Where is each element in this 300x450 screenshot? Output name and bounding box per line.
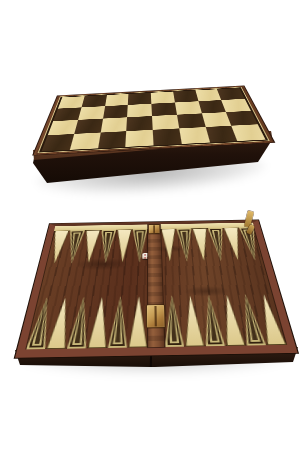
die-pip	[144, 257, 146, 258]
checker-cell-r4c8	[231, 124, 265, 141]
board-field	[25, 223, 287, 350]
point-17-cream	[114, 229, 131, 262]
quadrant-near-right	[163, 293, 288, 346]
die-pip	[144, 254, 146, 255]
point-layer	[129, 296, 146, 346]
lid-checkerboard	[42, 88, 266, 151]
checker-cell-r3c8	[226, 111, 258, 126]
point-layer	[89, 297, 110, 347]
point-8-dark	[108, 296, 129, 348]
checker-cell-r3c5	[152, 115, 179, 130]
hinge-pin	[153, 225, 154, 232]
lid-inlay-border-inner	[38, 87, 270, 153]
open-board-surface	[15, 220, 298, 358]
bar-hinge-front	[147, 305, 165, 327]
checker-cell-r4c5	[153, 128, 182, 145]
bar-hinge-back	[149, 225, 160, 234]
point-19-cream	[161, 229, 178, 262]
checker-cell-r3c3	[100, 117, 127, 132]
point-layer	[82, 231, 100, 263]
checker-cell-r3c6	[177, 113, 206, 128]
quadrant-near-left	[25, 296, 148, 350]
point-16-dark	[97, 230, 116, 263]
point-layer	[116, 230, 131, 262]
quadrant-far-left	[46, 229, 148, 264]
point-6-dark	[163, 295, 184, 347]
checker-cell-r4c2	[70, 133, 101, 150]
product-photo-backgammon-set: { "game": "backgammon", "background_colo…	[0, 0, 300, 450]
checker-cell-r4c3	[98, 131, 127, 148]
checker-cell-r4c4	[126, 130, 154, 147]
point-7-cream	[128, 296, 147, 348]
hinge-pin	[155, 306, 157, 327]
checker-cell-r3c4	[126, 116, 152, 131]
point-layer	[162, 229, 177, 261]
